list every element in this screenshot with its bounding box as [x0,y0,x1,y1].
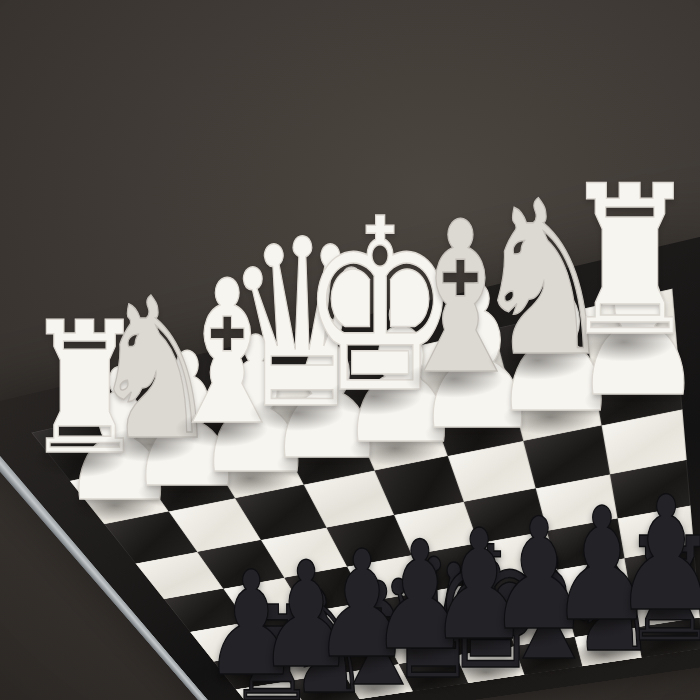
scene [0,0,700,700]
board-grid [31,289,700,700]
chess-board [0,230,700,700]
photo-backdrop: ♜♞♝♛♚♝♞♜♟♟♟♟♟♟♟♟♟♟♟♟♟♟♟♟♜♞♝♛♚♝♞♜ [0,0,700,700]
